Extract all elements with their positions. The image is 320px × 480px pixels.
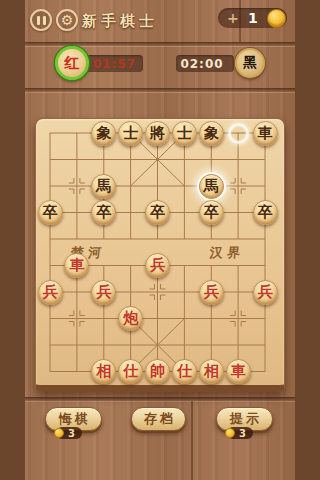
piece-black-r3c6[interactable]: 卒 bbox=[199, 200, 224, 225]
save-button[interactable]: 存档 bbox=[131, 407, 186, 431]
piece-red-r6c0[interactable]: 兵 bbox=[38, 280, 63, 305]
piece-black-r0c4[interactable]: 將 bbox=[145, 121, 170, 146]
piece-black-r2c2[interactable]: 馬 bbox=[91, 174, 116, 199]
piece-black-r0c5[interactable]: 士 bbox=[172, 121, 197, 146]
coin-counter[interactable]: + 1 bbox=[218, 8, 287, 28]
piece-black-r3c8[interactable]: 卒 bbox=[253, 200, 278, 225]
piece-red-r6c2[interactable]: 兵 bbox=[91, 280, 116, 305]
piece-black-r2c6[interactable]: 馬 bbox=[199, 174, 224, 199]
piece-red-r9c3[interactable]: 仕 bbox=[118, 359, 143, 384]
piece-red-r9c4[interactable]: 帥 bbox=[145, 359, 170, 384]
black-timer: 02:00 bbox=[176, 55, 234, 72]
piece-black-r3c4[interactable]: 卒 bbox=[145, 200, 170, 225]
add-coins-icon[interactable]: + bbox=[227, 11, 239, 25]
pause-icon bbox=[37, 16, 40, 25]
red-player-label: 红 bbox=[65, 54, 80, 73]
action-bar: 悔棋 3 存档 提示 3 bbox=[25, 400, 295, 480]
piece-red-r7c3[interactable]: 炮 bbox=[118, 306, 143, 331]
piece-red-r5c1[interactable]: 車 bbox=[64, 253, 89, 278]
top-bar: ⚙ 新手棋士 + 1 bbox=[25, 0, 295, 42]
coin-icon bbox=[267, 9, 286, 28]
piece-black-r0c8[interactable]: 車 bbox=[253, 121, 278, 146]
red-player-avatar: 红 bbox=[55, 46, 89, 80]
pause-button[interactable] bbox=[30, 9, 52, 31]
gear-icon: ⚙ bbox=[61, 13, 74, 27]
piece-red-r5c4[interactable]: 兵 bbox=[145, 253, 170, 278]
piece-red-r6c6[interactable]: 兵 bbox=[199, 280, 224, 305]
red-timer: 01:57 bbox=[80, 55, 143, 72]
piece-red-r6c8[interactable]: 兵 bbox=[253, 280, 278, 305]
piece-black-r0c6[interactable]: 象 bbox=[199, 121, 224, 146]
xiangqi-app: ⚙ 新手棋士 + 1 01:57 红 02:00 黑 楚 河 汉 界 象士將士象… bbox=[25, 0, 295, 480]
coin-icon bbox=[225, 428, 235, 438]
piece-red-r9c6[interactable]: 相 bbox=[199, 359, 224, 384]
page-title: 新手棋士 bbox=[82, 12, 158, 31]
piece-red-r9c7[interactable]: 車 bbox=[226, 359, 251, 384]
hint-cost-badge: 3 bbox=[227, 427, 253, 439]
piece-black-r3c0[interactable]: 卒 bbox=[38, 200, 63, 225]
piece-black-r3c2[interactable]: 卒 bbox=[91, 200, 116, 225]
black-player-label: 黑 bbox=[243, 54, 257, 72]
piece-black-r0c2[interactable]: 象 bbox=[91, 121, 116, 146]
coin-count: 1 bbox=[239, 10, 267, 26]
settings-button[interactable]: ⚙ bbox=[56, 9, 78, 31]
player-panels: 01:57 红 02:00 黑 bbox=[25, 44, 295, 88]
coin-icon bbox=[54, 428, 64, 438]
black-player-avatar: 黑 bbox=[235, 48, 265, 78]
undo-cost-badge: 3 bbox=[56, 427, 82, 439]
piece-red-r9c5[interactable]: 仕 bbox=[172, 359, 197, 384]
piece-red-r9c2[interactable]: 相 bbox=[91, 359, 116, 384]
piece-black-r0c3[interactable]: 士 bbox=[118, 121, 143, 146]
